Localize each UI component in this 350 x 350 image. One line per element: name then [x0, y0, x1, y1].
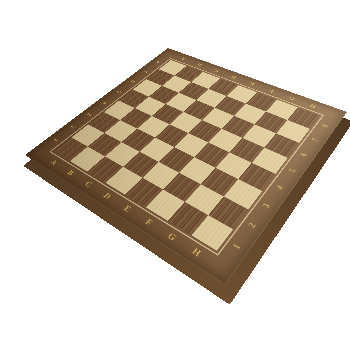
file-label-top-e: E [246, 80, 258, 87]
file-label-top-f: F [265, 87, 278, 95]
file-label-bottom-g: G [163, 229, 181, 244]
rank-label-right-2: 2 [243, 218, 260, 233]
rank-label-left-6: 6 [127, 78, 139, 85]
rank-label-right-6: 6 [296, 149, 311, 160]
rank-label-right-7: 7 [307, 135, 321, 145]
file-label-bottom-h: H [187, 244, 205, 260]
file-label-top-h: H [306, 102, 319, 110]
file-label-bottom-c: C [81, 178, 97, 190]
rank-label-left-1: 1 [49, 136, 63, 146]
file-label-bottom-d: D [99, 190, 115, 203]
file-label-top-b: B [194, 62, 206, 68]
file-label-top-g: G [285, 94, 298, 102]
chess-board: AA11BB22CC33DD44EE55FF66GG77HH88 [25, 48, 347, 285]
rank-label-right-5: 5 [284, 165, 299, 177]
rank-label-left-2: 2 [67, 123, 81, 132]
file-label-top-c: C [210, 68, 222, 75]
rank-label-right-1: 1 [227, 239, 245, 255]
rank-label-left-8: 8 [153, 59, 164, 65]
rank-label-right-4: 4 [271, 181, 287, 193]
rank-label-left-3: 3 [83, 111, 96, 119]
file-label-bottom-e: E [119, 202, 135, 215]
rank-label-left-5: 5 [113, 88, 125, 95]
file-label-bottom-a: A [47, 157, 62, 168]
file-label-bottom-b: B [63, 167, 78, 178]
rank-label-left-7: 7 [140, 68, 152, 75]
board-photo: AA11BB22CC33DD44EE55FF66GG77HH88 [0, 0, 350, 350]
file-label-top-d: D [228, 74, 240, 81]
file-label-bottom-f: F [141, 215, 158, 229]
rank-label-right-3: 3 [258, 199, 275, 212]
file-label-top-a: A [178, 56, 189, 62]
rank-label-right-8: 8 [318, 121, 332, 130]
rank-label-left-4: 4 [99, 99, 112, 107]
